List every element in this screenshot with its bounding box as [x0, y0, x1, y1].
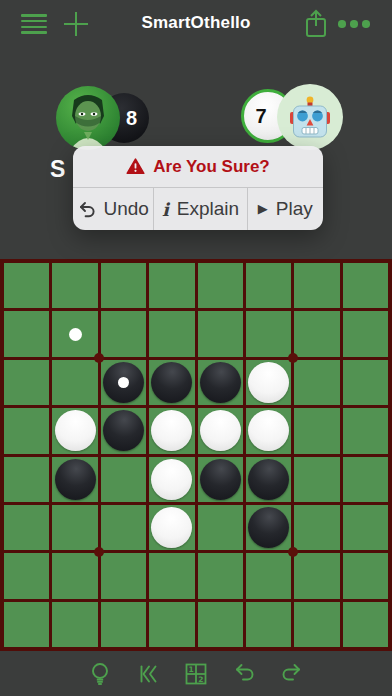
- redo-icon[interactable]: [279, 661, 305, 687]
- white-disc: [151, 459, 192, 500]
- board-cell-b7[interactable]: [52, 553, 97, 598]
- white-disc: [151, 507, 192, 548]
- move-numbers-icon[interactable]: 1 2: [183, 661, 209, 687]
- board-grid: [4, 263, 388, 647]
- svg-text:1: 1: [189, 665, 194, 674]
- black-disc: [248, 459, 289, 500]
- board-cell-d4[interactable]: [149, 408, 194, 453]
- board-cell-e4[interactable]: [198, 408, 243, 453]
- board-cell-f5[interactable]: [246, 457, 291, 502]
- undo-button[interactable]: Undo: [73, 188, 153, 230]
- board-cell-f7[interactable]: [246, 553, 291, 598]
- info-icon: i: [162, 199, 169, 220]
- black-disc: [103, 410, 144, 451]
- app-screen: SmartOthello 8 7: [0, 0, 392, 696]
- board-cell-g3[interactable]: [294, 360, 339, 405]
- black-score: 8: [126, 107, 137, 130]
- board-cell-d5[interactable]: [149, 457, 194, 502]
- board-cell-b6[interactable]: [52, 505, 97, 550]
- white-disc: [151, 410, 192, 451]
- svg-text:2: 2: [198, 674, 203, 683]
- more-icon[interactable]: [334, 14, 374, 34]
- board-cell-c8[interactable]: [101, 602, 146, 647]
- black-disc: [151, 362, 192, 403]
- board-cell-h7[interactable]: [343, 553, 388, 598]
- board-cell-h4[interactable]: [343, 408, 388, 453]
- board-cell-a6[interactable]: [4, 505, 49, 550]
- board-cell-g1[interactable]: [294, 263, 339, 308]
- undo-label: Undo: [103, 198, 148, 220]
- board-cell-c3[interactable]: [101, 360, 146, 405]
- black-disc: [200, 459, 241, 500]
- top-nav: SmartOthello: [0, 0, 392, 48]
- board-cell-g4[interactable]: [294, 408, 339, 453]
- board-cell-c6[interactable]: [101, 505, 146, 550]
- explain-button[interactable]: i Explain: [154, 188, 246, 230]
- board-cell-g7[interactable]: [294, 553, 339, 598]
- board-cell-h1[interactable]: [343, 263, 388, 308]
- star-point: [288, 353, 298, 363]
- board-cell-e8[interactable]: [198, 602, 243, 647]
- dialog-title: Are You Sure?: [153, 157, 270, 177]
- undo-arrow-icon: [77, 201, 95, 218]
- board-cell-b5[interactable]: [52, 457, 97, 502]
- white-disc: [248, 362, 289, 403]
- board-cell-g6[interactable]: [294, 505, 339, 550]
- board-cell-a3[interactable]: [4, 360, 49, 405]
- dialog-header: Are You Sure?: [73, 146, 323, 187]
- board-cell-d7[interactable]: [149, 553, 194, 598]
- play-label: Play: [276, 198, 313, 220]
- board-cell-a1[interactable]: [4, 263, 49, 308]
- board-cell-c7[interactable]: [101, 553, 146, 598]
- explain-label: Explain: [177, 198, 239, 220]
- board-cell-e2[interactable]: [198, 311, 243, 356]
- board-cell-h2[interactable]: [343, 311, 388, 356]
- board-cell-f2[interactable]: [246, 311, 291, 356]
- board-cell-f3[interactable]: [246, 360, 291, 405]
- board-cell-d1[interactable]: [149, 263, 194, 308]
- warning-icon: [126, 158, 145, 175]
- hint-dot: [69, 328, 82, 341]
- board-cell-d2[interactable]: [149, 311, 194, 356]
- board-cell-e7[interactable]: [198, 553, 243, 598]
- board-cell-g2[interactable]: [294, 311, 339, 356]
- board-cell-g5[interactable]: [294, 457, 339, 502]
- are-you-sure-dialog: Are You Sure? Undo i Explain ▶: [73, 146, 323, 230]
- play-triangle-icon: ▶: [258, 201, 268, 216]
- board-cell-f1[interactable]: [246, 263, 291, 308]
- star-point: [288, 547, 298, 557]
- board-cell-a4[interactable]: [4, 408, 49, 453]
- board-cell-b1[interactable]: [52, 263, 97, 308]
- white-disc: [200, 410, 241, 451]
- white-disc: [248, 410, 289, 451]
- othello-board: [0, 259, 392, 651]
- board-cell-c5[interactable]: [101, 457, 146, 502]
- board-cell-b3[interactable]: [52, 360, 97, 405]
- board-cell-c2[interactable]: [101, 311, 146, 356]
- black-disc: [55, 459, 96, 500]
- board-cell-a8[interactable]: [4, 602, 49, 647]
- board-cell-f6[interactable]: [246, 505, 291, 550]
- board-cell-e5[interactable]: [198, 457, 243, 502]
- board-cell-e1[interactable]: [198, 263, 243, 308]
- bottom-toolbar: 1 2: [0, 651, 392, 696]
- black-player-avatar[interactable]: [56, 86, 120, 150]
- board-cell-f8[interactable]: [246, 602, 291, 647]
- white-score: 7: [255, 105, 266, 128]
- undo-icon[interactable]: [231, 661, 257, 687]
- board-cell-b2[interactable]: [52, 311, 97, 356]
- black-disc: [103, 362, 144, 403]
- board-cell-d6[interactable]: [149, 505, 194, 550]
- black-disc: [200, 362, 241, 403]
- board-cell-e3[interactable]: [198, 360, 243, 405]
- board-cell-f4[interactable]: [246, 408, 291, 453]
- board-cell-d3[interactable]: [149, 360, 194, 405]
- black-disc: [248, 507, 289, 548]
- board-cell-c4[interactable]: [101, 408, 146, 453]
- board-cell-d8[interactable]: [149, 602, 194, 647]
- board-cell-h3[interactable]: [343, 360, 388, 405]
- board-cell-a7[interactable]: [4, 553, 49, 598]
- board-cell-a2[interactable]: [4, 311, 49, 356]
- board-cell-b8[interactable]: [52, 602, 97, 647]
- board-cell-h6[interactable]: [343, 505, 388, 550]
- white-disc: [55, 410, 96, 451]
- share-icon[interactable]: [302, 9, 330, 39]
- board-cell-e6[interactable]: [198, 505, 243, 550]
- white-player-avatar robot-icon[interactable]: [277, 84, 343, 150]
- board-cell-h8[interactable]: [343, 602, 388, 647]
- star-point: [94, 547, 104, 557]
- dialog-buttons: Undo i Explain ▶ Play: [73, 188, 323, 230]
- board-cell-a5[interactable]: [4, 457, 49, 502]
- board-cell-g8[interactable]: [294, 602, 339, 647]
- black-player-name: S: [50, 156, 65, 183]
- play-button[interactable]: ▶ Play: [248, 188, 323, 230]
- last-move-marker: [118, 377, 129, 388]
- board-cell-h5[interactable]: [343, 457, 388, 502]
- board-cell-c1[interactable]: [101, 263, 146, 308]
- skip-to-start-icon[interactable]: [135, 661, 161, 687]
- board-cell-b4[interactable]: [52, 408, 97, 453]
- hint-bulb-icon[interactable]: [87, 661, 113, 687]
